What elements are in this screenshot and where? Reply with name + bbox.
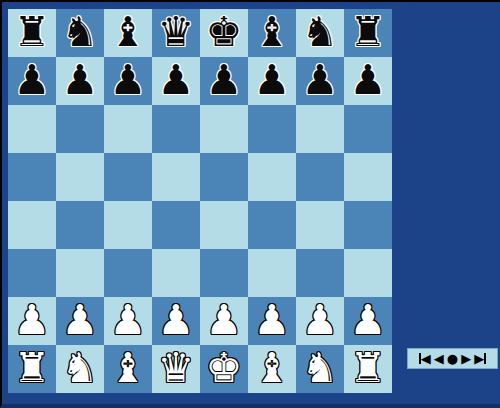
square-g6[interactable] xyxy=(296,105,344,153)
square-c1[interactable]: ♝ xyxy=(104,345,152,393)
piece-black-pawn[interactable]: ♟ xyxy=(302,57,339,104)
square-g2[interactable]: ♟ xyxy=(296,297,344,345)
square-h6[interactable] xyxy=(344,105,392,153)
pause-button[interactable]: ● xyxy=(446,352,459,365)
square-f2[interactable]: ♟ xyxy=(248,297,296,345)
piece-black-pawn[interactable]: ♟ xyxy=(110,57,147,104)
end-bar-icon xyxy=(484,353,486,364)
jump-to-start-button[interactable]: ◀ xyxy=(418,352,432,365)
square-f6[interactable] xyxy=(248,105,296,153)
piece-black-rook[interactable]: ♜ xyxy=(14,9,51,56)
square-a5[interactable] xyxy=(8,153,56,201)
piece-white-pawn[interactable]: ♟ xyxy=(62,297,99,344)
square-h7[interactable]: ♟ xyxy=(344,57,392,105)
square-a4[interactable] xyxy=(8,201,56,249)
square-h5[interactable] xyxy=(344,153,392,201)
square-a8[interactable]: ♜ xyxy=(8,9,56,57)
square-c8[interactable]: ♝ xyxy=(104,9,152,57)
piece-black-pawn[interactable]: ♟ xyxy=(254,57,291,104)
square-b8[interactable]: ♞ xyxy=(56,9,104,57)
square-d5[interactable] xyxy=(152,153,200,201)
piece-white-pawn[interactable]: ♟ xyxy=(350,297,387,344)
square-c7[interactable]: ♟ xyxy=(104,57,152,105)
square-f8[interactable]: ♝ xyxy=(248,9,296,57)
square-h1[interactable]: ♜ xyxy=(344,345,392,393)
piece-white-rook[interactable]: ♜ xyxy=(14,345,51,392)
step-forward-button[interactable]: ▶ xyxy=(460,352,472,365)
square-f7[interactable]: ♟ xyxy=(248,57,296,105)
square-d1[interactable]: ♛ xyxy=(152,345,200,393)
piece-white-pawn[interactable]: ♟ xyxy=(14,297,51,344)
square-f4[interactable] xyxy=(248,201,296,249)
square-g5[interactable] xyxy=(296,153,344,201)
piece-black-knight[interactable]: ♞ xyxy=(62,9,99,56)
skip-to-start-icon: ◀ xyxy=(421,352,431,365)
square-d7[interactable]: ♟ xyxy=(152,57,200,105)
step-back-button[interactable]: ◀ xyxy=(433,352,445,365)
square-b2[interactable]: ♟ xyxy=(56,297,104,345)
piece-black-pawn[interactable]: ♟ xyxy=(158,57,195,104)
square-c5[interactable] xyxy=(104,153,152,201)
square-c2[interactable]: ♟ xyxy=(104,297,152,345)
square-e1[interactable]: ♚ xyxy=(200,345,248,393)
square-h8[interactable]: ♜ xyxy=(344,9,392,57)
piece-white-pawn[interactable]: ♟ xyxy=(158,297,195,344)
piece-white-bishop[interactable]: ♝ xyxy=(110,345,147,392)
square-f5[interactable] xyxy=(248,153,296,201)
piece-black-king[interactable]: ♚ xyxy=(206,9,243,56)
piece-white-queen[interactable]: ♛ xyxy=(158,345,195,392)
square-e3[interactable] xyxy=(200,249,248,297)
square-h2[interactable]: ♟ xyxy=(344,297,392,345)
square-b6[interactable] xyxy=(56,105,104,153)
piece-black-bishop[interactable]: ♝ xyxy=(254,9,291,56)
piece-black-queen[interactable]: ♛ xyxy=(158,9,195,56)
square-g1[interactable]: ♞ xyxy=(296,345,344,393)
square-h3[interactable] xyxy=(344,249,392,297)
square-c3[interactable] xyxy=(104,249,152,297)
piece-black-pawn[interactable]: ♟ xyxy=(14,57,51,104)
square-b4[interactable] xyxy=(56,201,104,249)
piece-black-rook[interactable]: ♜ xyxy=(350,9,387,56)
piece-white-pawn[interactable]: ♟ xyxy=(206,297,243,344)
move-navigation-bar: ◀◀●▶▶ xyxy=(407,348,498,369)
square-e6[interactable] xyxy=(200,105,248,153)
piece-white-rook[interactable]: ♜ xyxy=(350,345,387,392)
piece-white-pawn[interactable]: ♟ xyxy=(110,297,147,344)
square-b7[interactable]: ♟ xyxy=(56,57,104,105)
square-g3[interactable] xyxy=(296,249,344,297)
square-g8[interactable]: ♞ xyxy=(296,9,344,57)
piece-white-king[interactable]: ♚ xyxy=(206,345,243,392)
square-d8[interactable]: ♛ xyxy=(152,9,200,57)
square-e4[interactable] xyxy=(200,201,248,249)
square-g4[interactable] xyxy=(296,201,344,249)
square-b1[interactable]: ♞ xyxy=(56,345,104,393)
jump-to-end-button[interactable]: ▶ xyxy=(473,352,487,365)
square-c4[interactable] xyxy=(104,201,152,249)
piece-white-knight[interactable]: ♞ xyxy=(62,345,99,392)
square-e7[interactable]: ♟ xyxy=(200,57,248,105)
piece-white-knight[interactable]: ♞ xyxy=(302,345,339,392)
square-b5[interactable] xyxy=(56,153,104,201)
square-a3[interactable] xyxy=(8,249,56,297)
piece-black-bishop[interactable]: ♝ xyxy=(110,9,147,56)
step-back-icon: ◀ xyxy=(434,352,444,365)
piece-black-pawn[interactable]: ♟ xyxy=(350,57,387,104)
square-e2[interactable]: ♟ xyxy=(200,297,248,345)
piece-white-pawn[interactable]: ♟ xyxy=(254,297,291,344)
piece-white-pawn[interactable]: ♟ xyxy=(302,297,339,344)
square-e5[interactable] xyxy=(200,153,248,201)
chess-app-window: ♜♞♝♛♚♝♞♜♟♟♟♟♟♟♟♟♟♟♟♟♟♟♟♟♜♞♝♛♚♝♞♜ ◀◀●▶▶ xyxy=(0,0,500,408)
piece-white-bishop[interactable]: ♝ xyxy=(254,345,291,392)
square-c6[interactable] xyxy=(104,105,152,153)
square-e8[interactable]: ♚ xyxy=(200,9,248,57)
piece-black-pawn[interactable]: ♟ xyxy=(206,57,243,104)
square-h4[interactable] xyxy=(344,201,392,249)
piece-black-knight[interactable]: ♞ xyxy=(302,9,339,56)
square-g7[interactable]: ♟ xyxy=(296,57,344,105)
square-a1[interactable]: ♜ xyxy=(8,345,56,393)
square-f1[interactable]: ♝ xyxy=(248,345,296,393)
pause-dot-icon: ● xyxy=(447,352,458,365)
piece-black-pawn[interactable]: ♟ xyxy=(62,57,99,104)
square-b3[interactable] xyxy=(56,249,104,297)
square-d2[interactable]: ♟ xyxy=(152,297,200,345)
square-a6[interactable] xyxy=(8,105,56,153)
square-d3[interactable] xyxy=(152,249,200,297)
step-forward-icon: ▶ xyxy=(461,352,471,365)
skip-to-end-icon: ▶ xyxy=(474,352,484,365)
square-d6[interactable] xyxy=(152,105,200,153)
square-f3[interactable] xyxy=(248,249,296,297)
square-d4[interactable] xyxy=(152,201,200,249)
chess-board: ♜♞♝♛♚♝♞♜♟♟♟♟♟♟♟♟♟♟♟♟♟♟♟♟♜♞♝♛♚♝♞♜ xyxy=(8,9,392,393)
square-a2[interactable]: ♟ xyxy=(8,297,56,345)
square-a7[interactable]: ♟ xyxy=(8,57,56,105)
